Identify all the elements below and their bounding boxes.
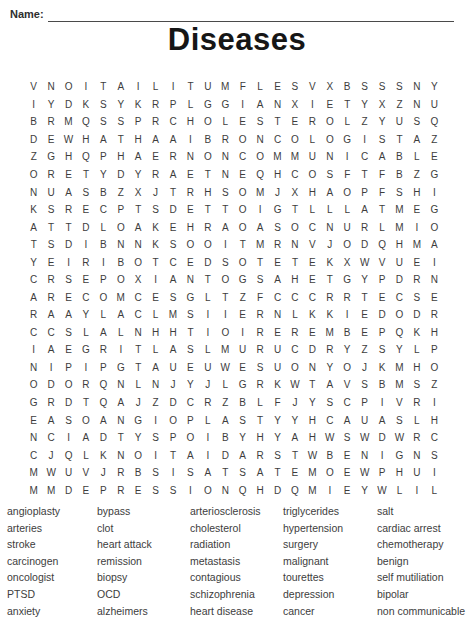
grid-cell[interactable]: L — [147, 78, 164, 96]
grid-cell[interactable]: I — [60, 429, 77, 447]
grid-cell[interactable]: S — [321, 394, 338, 412]
grid-cell[interactable]: O — [95, 288, 112, 306]
grid-cell[interactable]: E — [373, 288, 390, 306]
grid-cell[interactable]: C — [42, 324, 59, 342]
grid-cell[interactable]: L — [408, 411, 425, 429]
grid-cell[interactable]: N — [42, 78, 59, 96]
grid-cell[interactable]: C — [77, 288, 94, 306]
grid-cell[interactable]: T — [199, 271, 216, 289]
grid-cell[interactable]: Q — [95, 376, 112, 394]
grid-cell[interactable]: K — [129, 96, 146, 114]
grid-cell[interactable]: T — [77, 394, 94, 412]
grid-cell[interactable]: H — [408, 183, 425, 201]
grid-cell[interactable]: R — [60, 201, 77, 219]
grid-cell[interactable]: G — [338, 271, 355, 289]
grid-cell[interactable]: G — [77, 341, 94, 359]
grid-cell[interactable]: E — [234, 166, 251, 184]
grid-cell[interactable]: T — [164, 183, 181, 201]
grid-cell[interactable]: R — [112, 481, 129, 499]
grid-cell[interactable]: M — [112, 288, 129, 306]
grid-cell[interactable]: S — [60, 411, 77, 429]
grid-cell[interactable]: I — [199, 446, 216, 464]
grid-cell[interactable]: A — [356, 201, 373, 219]
grid-cell[interactable]: C — [286, 341, 303, 359]
grid-cell[interactable]: U — [426, 96, 443, 114]
grid-cell[interactable]: C — [321, 411, 338, 429]
grid-cell[interactable]: Q — [77, 148, 94, 166]
grid-cell[interactable]: K — [373, 359, 390, 377]
grid-cell[interactable]: W — [356, 429, 373, 447]
grid-cell[interactable]: J — [321, 236, 338, 254]
grid-cell[interactable]: R — [251, 324, 268, 342]
grid-cell[interactable]: A — [373, 148, 390, 166]
grid-cell[interactable]: A — [321, 376, 338, 394]
grid-cell[interactable]: O — [164, 411, 181, 429]
grid-cell[interactable]: D — [60, 96, 77, 114]
grid-cell[interactable]: B — [25, 113, 42, 131]
grid-cell[interactable]: Z — [408, 166, 425, 184]
grid-cell[interactable]: P — [356, 394, 373, 412]
grid-cell[interactable]: P — [164, 96, 181, 114]
grid-cell[interactable]: O — [321, 131, 338, 149]
grid-cell[interactable]: L — [217, 113, 234, 131]
grid-cell[interactable]: S — [164, 481, 181, 499]
grid-cell[interactable]: R — [304, 113, 321, 131]
grid-cell[interactable]: Y — [95, 166, 112, 184]
grid-cell[interactable]: M — [286, 148, 303, 166]
grid-cell[interactable]: F — [234, 78, 251, 96]
grid-cell[interactable]: U — [164, 359, 181, 377]
grid-cell[interactable]: L — [426, 481, 443, 499]
grid-cell[interactable]: T — [77, 166, 94, 184]
grid-cell[interactable]: N — [25, 183, 42, 201]
grid-cell[interactable]: O — [199, 113, 216, 131]
grid-cell[interactable]: S — [426, 446, 443, 464]
grid-cell[interactable]: E — [147, 288, 164, 306]
grid-cell[interactable]: I — [95, 253, 112, 271]
grid-cell[interactable]: T — [217, 464, 234, 482]
grid-cell[interactable]: O — [182, 236, 199, 254]
grid-cell[interactable]: T — [321, 271, 338, 289]
grid-cell[interactable]: O — [234, 131, 251, 149]
grid-cell[interactable]: C — [164, 253, 181, 271]
grid-cell[interactable]: T — [286, 201, 303, 219]
grid-cell[interactable]: N — [129, 236, 146, 254]
grid-cell[interactable]: H — [112, 148, 129, 166]
grid-cell[interactable]: C — [129, 306, 146, 324]
grid-cell[interactable]: S — [147, 429, 164, 447]
grid-cell[interactable]: R — [408, 429, 425, 447]
grid-cell[interactable]: C — [426, 429, 443, 447]
grid-cell[interactable]: A — [25, 288, 42, 306]
grid-cell[interactable]: Y — [269, 411, 286, 429]
grid-cell[interactable]: R — [25, 306, 42, 324]
grid-cell[interactable]: E — [286, 464, 303, 482]
grid-cell[interactable]: E — [77, 481, 94, 499]
grid-cell[interactable]: L — [251, 394, 268, 412]
grid-cell[interactable]: X — [321, 78, 338, 96]
grid-cell[interactable]: A — [426, 236, 443, 254]
grid-cell[interactable]: Y — [321, 359, 338, 377]
grid-cell[interactable]: E — [42, 253, 59, 271]
grid-cell[interactable]: G — [129, 411, 146, 429]
grid-cell[interactable]: O — [338, 183, 355, 201]
grid-cell[interactable]: D — [408, 306, 425, 324]
grid-cell[interactable]: O — [286, 359, 303, 377]
grid-cell[interactable]: R — [42, 288, 59, 306]
grid-cell[interactable]: I — [217, 236, 234, 254]
grid-cell[interactable]: N — [25, 359, 42, 377]
grid-cell[interactable]: T — [251, 411, 268, 429]
grid-cell[interactable]: E — [25, 411, 42, 429]
grid-cell[interactable]: S — [373, 131, 390, 149]
grid-cell[interactable]: S — [408, 376, 425, 394]
grid-cell[interactable]: I — [182, 131, 199, 149]
grid-cell[interactable]: Y — [356, 481, 373, 499]
grid-cell[interactable]: H — [269, 166, 286, 184]
grid-cell[interactable]: I — [234, 96, 251, 114]
grid-cell[interactable]: N — [408, 78, 425, 96]
grid-cell[interactable]: A — [164, 341, 181, 359]
grid-cell[interactable]: W — [217, 359, 234, 377]
grid-cell[interactable]: N — [269, 306, 286, 324]
grid-cell[interactable]: I — [77, 78, 94, 96]
grid-cell[interactable]: A — [95, 324, 112, 342]
grid-cell[interactable]: C — [182, 394, 199, 412]
grid-cell[interactable]: G — [269, 201, 286, 219]
grid-cell[interactable]: D — [60, 481, 77, 499]
grid-cell[interactable]: I — [147, 411, 164, 429]
grid-cell[interactable]: S — [217, 253, 234, 271]
grid-cell[interactable]: S — [60, 324, 77, 342]
grid-cell[interactable]: G — [234, 271, 251, 289]
grid-cell[interactable]: L — [147, 306, 164, 324]
grid-cell[interactable]: E — [182, 359, 199, 377]
grid-cell[interactable]: H — [304, 411, 321, 429]
grid-cell[interactable]: R — [77, 253, 94, 271]
grid-cell[interactable]: J — [95, 464, 112, 482]
grid-cell[interactable]: S — [391, 411, 408, 429]
grid-cell[interactable]: T — [234, 236, 251, 254]
grid-cell[interactable]: Z — [112, 183, 129, 201]
grid-cell[interactable]: Q — [234, 481, 251, 499]
grid-cell[interactable]: C — [286, 166, 303, 184]
grid-cell[interactable]: I — [164, 78, 181, 96]
grid-cell[interactable]: K — [304, 306, 321, 324]
grid-cell[interactable]: U — [269, 359, 286, 377]
grid-cell[interactable]: P — [95, 271, 112, 289]
grid-cell[interactable]: B — [95, 236, 112, 254]
grid-cell[interactable]: X — [373, 96, 390, 114]
grid-cell[interactable]: T — [356, 166, 373, 184]
grid-cell[interactable]: X — [286, 183, 303, 201]
grid-cell[interactable]: A — [269, 271, 286, 289]
grid-cell[interactable]: N — [356, 446, 373, 464]
grid-cell[interactable]: A — [199, 464, 216, 482]
grid-cell[interactable]: J — [269, 183, 286, 201]
grid-cell[interactable]: T — [338, 96, 355, 114]
grid-cell[interactable]: O — [217, 324, 234, 342]
grid-cell[interactable]: C — [164, 113, 181, 131]
grid-cell[interactable]: E — [182, 166, 199, 184]
grid-cell[interactable]: P — [112, 201, 129, 219]
grid-cell[interactable]: I — [251, 201, 268, 219]
grid-cell[interactable]: S — [391, 183, 408, 201]
grid-cell[interactable]: G — [426, 166, 443, 184]
grid-cell[interactable]: E — [269, 78, 286, 96]
grid-cell[interactable]: Y — [112, 96, 129, 114]
grid-cell[interactable]: L — [304, 131, 321, 149]
grid-cell[interactable]: O — [182, 429, 199, 447]
grid-cell[interactable]: U — [391, 113, 408, 131]
grid-cell[interactable]: L — [129, 376, 146, 394]
grid-cell[interactable]: P — [182, 411, 199, 429]
grid-cell[interactable]: I — [234, 324, 251, 342]
grid-cell[interactable]: F — [338, 166, 355, 184]
grid-cell[interactable]: K — [147, 236, 164, 254]
grid-cell[interactable]: R — [321, 341, 338, 359]
grid-cell[interactable]: O — [321, 464, 338, 482]
grid-cell[interactable]: S — [42, 236, 59, 254]
grid-cell[interactable]: T — [182, 324, 199, 342]
grid-cell[interactable]: S — [147, 464, 164, 482]
grid-cell[interactable]: T — [95, 78, 112, 96]
grid-cell[interactable]: D — [304, 341, 321, 359]
grid-cell[interactable]: T — [199, 201, 216, 219]
grid-cell[interactable]: W — [321, 429, 338, 447]
grid-cell[interactable]: U — [42, 183, 59, 201]
grid-cell[interactable]: Y — [356, 271, 373, 289]
grid-cell[interactable]: A — [95, 131, 112, 149]
grid-cell[interactable]: L — [338, 113, 355, 131]
grid-cell[interactable]: N — [25, 429, 42, 447]
grid-cell[interactable]: T — [286, 253, 303, 271]
grid-cell[interactable]: Q — [60, 446, 77, 464]
grid-cell[interactable]: R — [42, 394, 59, 412]
grid-cell[interactable]: M — [321, 324, 338, 342]
grid-cell[interactable]: I — [338, 306, 355, 324]
grid-cell[interactable]: W — [391, 429, 408, 447]
grid-cell[interactable]: M — [391, 376, 408, 394]
grid-cell[interactable]: W — [42, 464, 59, 482]
grid-cell[interactable]: I — [217, 306, 234, 324]
grid-cell[interactable]: D — [77, 218, 94, 236]
grid-cell[interactable]: T — [112, 429, 129, 447]
grid-cell[interactable]: I — [182, 481, 199, 499]
grid-cell[interactable]: U — [269, 341, 286, 359]
grid-cell[interactable]: N — [286, 236, 303, 254]
grid-cell[interactable]: J — [199, 376, 216, 394]
grid-cell[interactable]: E — [338, 464, 355, 482]
grid-cell[interactable]: R — [217, 131, 234, 149]
grid-cell[interactable]: V — [304, 236, 321, 254]
grid-cell[interactable]: J — [147, 183, 164, 201]
grid-cell[interactable]: N — [129, 324, 146, 342]
grid-cell[interactable]: U — [199, 359, 216, 377]
grid-cell[interactable]: F — [251, 288, 268, 306]
grid-cell[interactable]: I — [426, 253, 443, 271]
grid-cell[interactable]: L — [199, 341, 216, 359]
grid-cell[interactable]: M — [60, 113, 77, 131]
grid-cell[interactable]: V — [338, 376, 355, 394]
grid-cell[interactable]: D — [217, 446, 234, 464]
grid-cell[interactable]: T — [60, 218, 77, 236]
grid-cell[interactable]: O — [129, 253, 146, 271]
grid-cell[interactable]: P — [129, 113, 146, 131]
grid-cell[interactable]: V — [373, 253, 390, 271]
grid-cell[interactable]: E — [304, 271, 321, 289]
grid-cell[interactable]: J — [129, 394, 146, 412]
grid-cell[interactable]: L — [391, 481, 408, 499]
grid-cell[interactable]: E — [234, 113, 251, 131]
grid-cell[interactable]: O — [25, 376, 42, 394]
grid-cell[interactable]: Y — [373, 113, 390, 131]
grid-cell[interactable]: E — [77, 271, 94, 289]
grid-cell[interactable]: M — [25, 481, 42, 499]
grid-cell[interactable]: Z — [391, 96, 408, 114]
grid-cell[interactable]: D — [60, 236, 77, 254]
grid-cell[interactable]: T — [42, 218, 59, 236]
grid-cell[interactable]: Z — [147, 394, 164, 412]
grid-cell[interactable]: G — [182, 288, 199, 306]
grid-cell[interactable]: B — [338, 324, 355, 342]
grid-cell[interactable]: I — [77, 359, 94, 377]
grid-cell[interactable]: D — [112, 166, 129, 184]
grid-cell[interactable]: L — [251, 78, 268, 96]
grid-cell[interactable]: M — [217, 78, 234, 96]
grid-cell[interactable]: E — [60, 288, 77, 306]
grid-cell[interactable]: Y — [129, 429, 146, 447]
grid-cell[interactable]: E — [269, 324, 286, 342]
grid-cell[interactable]: U — [356, 411, 373, 429]
grid-cell[interactable]: E — [129, 481, 146, 499]
grid-cell[interactable]: D — [25, 131, 42, 149]
grid-cell[interactable]: C — [25, 324, 42, 342]
grid-cell[interactable]: Y — [304, 394, 321, 412]
grid-cell[interactable]: P — [373, 464, 390, 482]
grid-cell[interactable]: A — [42, 411, 59, 429]
grid-cell[interactable]: Q — [95, 394, 112, 412]
grid-cell[interactable]: S — [408, 288, 425, 306]
grid-cell[interactable]: R — [426, 306, 443, 324]
grid-cell[interactable]: I — [25, 96, 42, 114]
grid-cell[interactable]: E — [60, 341, 77, 359]
grid-cell[interactable]: O — [286, 218, 303, 236]
grid-cell[interactable]: O — [234, 218, 251, 236]
grid-cell[interactable]: J — [286, 394, 303, 412]
grid-cell[interactable]: E — [286, 113, 303, 131]
grid-cell[interactable]: M — [25, 464, 42, 482]
grid-cell[interactable]: I — [60, 253, 77, 271]
grid-cell[interactable]: O — [112, 271, 129, 289]
grid-cell[interactable]: M — [217, 341, 234, 359]
grid-cell[interactable]: Q — [426, 113, 443, 131]
grid-cell[interactable]: O — [129, 446, 146, 464]
grid-cell[interactable]: C — [269, 288, 286, 306]
grid-cell[interactable]: H — [164, 324, 181, 342]
grid-cell[interactable]: N — [112, 411, 129, 429]
grid-cell[interactable]: R — [356, 218, 373, 236]
grid-cell[interactable]: E — [77, 201, 94, 219]
grid-cell[interactable]: B — [95, 183, 112, 201]
grid-cell[interactable]: G — [426, 201, 443, 219]
grid-cell[interactable]: M — [408, 236, 425, 254]
grid-cell[interactable]: G — [42, 148, 59, 166]
grid-cell[interactable]: Y — [356, 96, 373, 114]
grid-cell[interactable]: N — [112, 446, 129, 464]
grid-cell[interactable]: L — [217, 376, 234, 394]
grid-cell[interactable]: K — [95, 446, 112, 464]
grid-cell[interactable]: Q — [391, 324, 408, 342]
grid-cell[interactable]: B — [391, 166, 408, 184]
grid-cell[interactable]: A — [129, 148, 146, 166]
grid-cell[interactable]: H — [408, 359, 425, 377]
grid-cell[interactable]: A — [77, 429, 94, 447]
grid-cell[interactable]: E — [182, 253, 199, 271]
grid-cell[interactable]: S — [373, 341, 390, 359]
grid-cell[interactable]: T — [251, 253, 268, 271]
grid-cell[interactable]: K — [25, 201, 42, 219]
grid-cell[interactable]: N — [426, 271, 443, 289]
grid-cell[interactable]: W — [304, 446, 321, 464]
grid-cell[interactable]: L — [77, 324, 94, 342]
grid-cell[interactable]: B — [199, 131, 216, 149]
grid-cell[interactable]: M — [42, 481, 59, 499]
grid-cell[interactable]: S — [356, 376, 373, 394]
grid-cell[interactable]: H — [182, 113, 199, 131]
grid-cell[interactable]: H — [77, 131, 94, 149]
grid-cell[interactable]: P — [95, 148, 112, 166]
grid-cell[interactable]: N — [147, 376, 164, 394]
grid-cell[interactable]: I — [426, 183, 443, 201]
grid-cell[interactable]: I — [426, 394, 443, 412]
grid-cell[interactable]: L — [95, 306, 112, 324]
grid-cell[interactable]: T — [356, 288, 373, 306]
grid-cell[interactable]: O — [338, 236, 355, 254]
grid-cell[interactable]: I — [199, 306, 216, 324]
grid-cell[interactable]: D — [269, 481, 286, 499]
grid-cell[interactable]: A — [112, 394, 129, 412]
grid-cell[interactable]: E — [408, 201, 425, 219]
grid-cell[interactable]: R — [77, 376, 94, 394]
grid-cell[interactable]: H — [426, 411, 443, 429]
grid-cell[interactable]: I — [408, 481, 425, 499]
grid-cell[interactable]: U — [304, 148, 321, 166]
grid-cell[interactable]: A — [321, 183, 338, 201]
grid-cell[interactable]: Y — [391, 341, 408, 359]
grid-cell[interactable]: M — [304, 464, 321, 482]
grid-cell[interactable]: D — [391, 271, 408, 289]
grid-cell[interactable]: L — [199, 288, 216, 306]
grid-cell[interactable]: S — [182, 464, 199, 482]
grid-cell[interactable]: S — [251, 113, 268, 131]
grid-cell[interactable]: S — [391, 78, 408, 96]
grid-cell[interactable]: U — [338, 218, 355, 236]
grid-cell[interactable]: S — [164, 288, 181, 306]
grid-cell[interactable]: S — [251, 271, 268, 289]
grid-cell[interactable]: A — [251, 96, 268, 114]
grid-cell[interactable]: I — [42, 359, 59, 377]
grid-cell[interactable]: I — [147, 446, 164, 464]
grid-cell[interactable]: E — [60, 166, 77, 184]
grid-cell[interactable]: A — [408, 131, 425, 149]
grid-cell[interactable]: L — [408, 341, 425, 359]
grid-cell[interactable]: E — [234, 359, 251, 377]
grid-cell[interactable]: U — [234, 341, 251, 359]
grid-cell[interactable]: I — [426, 464, 443, 482]
grid-cell[interactable]: A — [25, 218, 42, 236]
grid-cell[interactable]: O — [426, 218, 443, 236]
